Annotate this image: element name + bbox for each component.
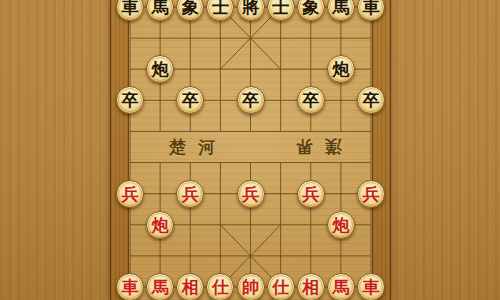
piece-glyph: 卒 — [117, 87, 143, 113]
piece-black-soldier[interactable]: 卒 — [176, 86, 204, 114]
piece-glyph: 將 — [238, 0, 264, 20]
piece-glyph: 相 — [177, 274, 203, 300]
xiangqi-app: 楚河 漢界 車馬象士將士象馬車炮炮卒卒卒卒卒兵兵兵兵兵炮炮車馬相仕帥仕相馬車 — [0, 0, 500, 300]
piece-glyph: 車 — [117, 0, 143, 20]
piece-glyph: 兵 — [358, 181, 384, 207]
piece-glyph: 炮 — [328, 56, 354, 82]
piece-black-soldier[interactable]: 卒 — [237, 86, 265, 114]
piece-glyph: 相 — [298, 274, 324, 300]
piece-glyph: 象 — [177, 0, 203, 20]
piece-red-advisor[interactable]: 仕 — [206, 273, 234, 300]
piece-glyph: 仕 — [207, 274, 233, 300]
piece-glyph: 兵 — [117, 181, 143, 207]
piece-red-soldier[interactable]: 兵 — [297, 180, 325, 208]
piece-glyph: 象 — [298, 0, 324, 20]
piece-red-cannon[interactable]: 炮 — [146, 211, 174, 239]
piece-red-elephant[interactable]: 相 — [176, 273, 204, 300]
piece-glyph: 車 — [358, 0, 384, 20]
piece-red-chariot[interactable]: 車 — [357, 273, 385, 300]
piece-glyph: 兵 — [238, 181, 264, 207]
piece-black-advisor[interactable]: 士 — [206, 0, 234, 21]
piece-glyph: 兵 — [177, 181, 203, 207]
piece-red-chariot[interactable]: 車 — [116, 273, 144, 300]
piece-red-soldier[interactable]: 兵 — [357, 180, 385, 208]
piece-red-advisor[interactable]: 仕 — [267, 273, 295, 300]
piece-red-soldier[interactable]: 兵 — [116, 180, 144, 208]
piece-red-elephant[interactable]: 相 — [297, 273, 325, 300]
piece-glyph: 卒 — [238, 87, 264, 113]
xiangqi-board[interactable] — [110, 0, 391, 300]
piece-black-advisor[interactable]: 士 — [267, 0, 295, 21]
piece-glyph: 炮 — [328, 212, 354, 238]
piece-red-soldier[interactable]: 兵 — [176, 180, 204, 208]
piece-red-horse[interactable]: 馬 — [327, 273, 355, 300]
piece-glyph: 士 — [207, 0, 233, 20]
piece-black-elephant[interactable]: 象 — [297, 0, 325, 21]
piece-glyph: 馬 — [328, 0, 354, 20]
board-frame-right — [372, 0, 391, 300]
piece-glyph: 馬 — [328, 274, 354, 300]
piece-black-chariot[interactable]: 車 — [357, 0, 385, 21]
piece-black-horse[interactable]: 馬 — [327, 0, 355, 21]
piece-red-soldier[interactable]: 兵 — [237, 180, 265, 208]
piece-glyph: 車 — [117, 274, 143, 300]
piece-glyph: 帥 — [238, 274, 264, 300]
piece-black-general[interactable]: 將 — [237, 0, 265, 21]
piece-black-soldier[interactable]: 卒 — [297, 86, 325, 114]
piece-glyph: 炮 — [147, 212, 173, 238]
piece-glyph: 車 — [358, 274, 384, 300]
piece-black-soldier[interactable]: 卒 — [116, 86, 144, 114]
piece-glyph: 士 — [268, 0, 294, 20]
piece-black-cannon[interactable]: 炮 — [327, 55, 355, 83]
piece-black-soldier[interactable]: 卒 — [357, 86, 385, 114]
board-frame-left — [110, 0, 129, 300]
piece-glyph: 馬 — [147, 0, 173, 20]
piece-glyph: 卒 — [298, 87, 324, 113]
piece-glyph: 卒 — [177, 87, 203, 113]
piece-glyph: 馬 — [147, 274, 173, 300]
piece-glyph: 卒 — [358, 87, 384, 113]
piece-black-elephant[interactable]: 象 — [176, 0, 204, 21]
piece-black-chariot[interactable]: 車 — [116, 0, 144, 21]
piece-glyph: 炮 — [147, 56, 173, 82]
piece-red-cannon[interactable]: 炮 — [327, 211, 355, 239]
piece-glyph: 仕 — [268, 274, 294, 300]
piece-black-horse[interactable]: 馬 — [146, 0, 174, 21]
piece-black-cannon[interactable]: 炮 — [146, 55, 174, 83]
piece-red-general[interactable]: 帥 — [237, 273, 265, 300]
piece-red-horse[interactable]: 馬 — [146, 273, 174, 300]
piece-glyph: 兵 — [298, 181, 324, 207]
